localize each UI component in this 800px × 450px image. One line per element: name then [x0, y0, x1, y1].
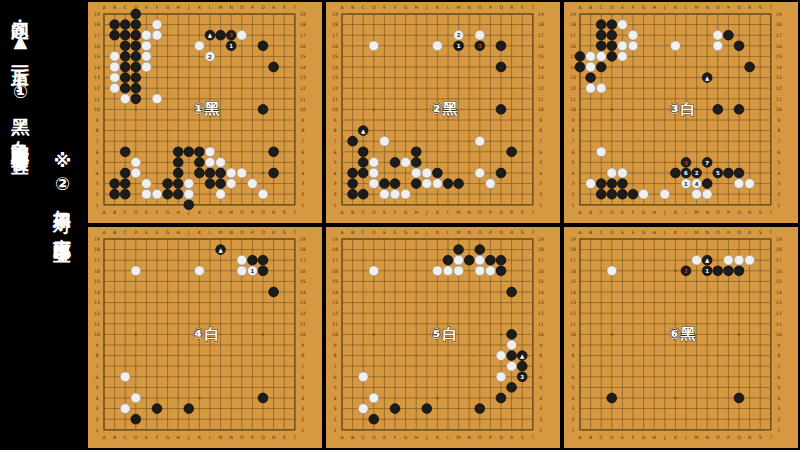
svg-text:Q: Q — [499, 435, 503, 440]
board-6: AABBCCDDEEFFGGHHJJKKLLMMNNOOPPQQRRSSTT11… — [562, 225, 800, 450]
black-stone — [131, 62, 141, 72]
svg-text:B: B — [589, 210, 592, 215]
svg-text:8: 8 — [301, 128, 304, 133]
svg-text:4: 4 — [539, 396, 542, 401]
board-1: AABBCCDDEEFFGGHHJJKKLLMMNNOOPPQQRRSSTT11… — [86, 0, 324, 225]
white-stone — [237, 266, 247, 276]
svg-text:C: C — [600, 230, 603, 235]
white-stone — [507, 361, 517, 371]
white-stone — [369, 158, 379, 168]
black-stone — [120, 147, 130, 157]
svg-text:Q: Q — [737, 210, 741, 215]
white-stone — [110, 52, 120, 62]
white-stone — [702, 189, 712, 199]
svg-text:J: J — [425, 230, 427, 235]
svg-text:10: 10 — [776, 332, 782, 337]
black-stone — [248, 255, 258, 265]
white-stone: 4 — [692, 179, 702, 189]
svg-text:2: 2 — [301, 192, 304, 197]
white-stone — [660, 189, 670, 199]
problem-statement-2: ※②如果不对 应当下哪里？ — [50, 150, 74, 450]
svg-text:13: 13 — [570, 75, 576, 80]
svg-text:4: 4 — [572, 396, 575, 401]
svg-text:G: G — [404, 5, 408, 10]
black-stone — [258, 255, 268, 265]
black-stone — [131, 9, 141, 19]
white-stone — [142, 179, 152, 189]
svg-text:N: N — [229, 230, 232, 235]
svg-text:L: L — [685, 230, 688, 235]
svg-text:E: E — [621, 5, 624, 10]
triangle-mark: ▲ — [361, 128, 366, 134]
svg-text:8: 8 — [301, 353, 304, 358]
svg-text:7: 7 — [96, 139, 99, 144]
svg-text:G: G — [642, 5, 646, 10]
svg-text:Q: Q — [261, 5, 265, 10]
white-stone — [237, 255, 247, 265]
move-number-mark: 1 — [229, 43, 233, 49]
move-number-mark: 3 — [684, 160, 688, 166]
svg-text:17: 17 — [776, 33, 782, 38]
black-stone: ▲ — [702, 73, 712, 83]
black-stone: 5 — [713, 168, 723, 178]
svg-text:P: P — [489, 435, 492, 440]
svg-text:16: 16 — [776, 269, 782, 274]
svg-text:15: 15 — [332, 279, 338, 284]
svg-text:3: 3 — [301, 406, 304, 411]
move-number-mark: 2 — [684, 268, 688, 274]
svg-text:11: 11 — [538, 97, 544, 102]
black-stone: ▲ — [517, 351, 527, 361]
svg-text:B: B — [589, 435, 592, 440]
svg-text:H: H — [414, 5, 417, 10]
svg-text:G: G — [404, 230, 408, 235]
white-stone — [216, 158, 226, 168]
svg-text:17: 17 — [570, 33, 576, 38]
svg-text:3: 3 — [334, 406, 337, 411]
svg-text:J: J — [187, 435, 189, 440]
diagram-label: ⑤白 — [430, 325, 458, 343]
svg-text:17: 17 — [570, 258, 576, 263]
svg-text:B: B — [589, 5, 592, 10]
svg-text:12: 12 — [570, 311, 576, 316]
svg-text:8: 8 — [777, 353, 780, 358]
svg-text:O: O — [240, 435, 244, 440]
svg-text:D: D — [372, 5, 376, 10]
svg-text:16: 16 — [300, 269, 306, 274]
black-stone — [596, 189, 606, 199]
svg-text:19: 19 — [332, 12, 338, 17]
svg-text:F: F — [156, 210, 159, 215]
svg-text:5: 5 — [301, 160, 304, 165]
white-stone — [131, 158, 141, 168]
black-stone — [269, 62, 279, 72]
svg-text:4: 4 — [334, 171, 337, 176]
svg-text:10: 10 — [94, 332, 100, 337]
svg-text:10: 10 — [538, 107, 544, 112]
black-stone — [195, 158, 205, 168]
black-stone: ▲ — [702, 255, 712, 265]
svg-text:G: G — [642, 435, 646, 440]
svg-text:1: 1 — [777, 203, 780, 208]
svg-text:15: 15 — [538, 54, 544, 59]
svg-text:Q: Q — [737, 5, 741, 10]
svg-text:12: 12 — [94, 311, 100, 316]
svg-text:16: 16 — [300, 44, 306, 49]
svg-text:F: F — [156, 230, 159, 235]
svg-text:7: 7 — [334, 139, 337, 144]
black-stone: 7 — [702, 158, 712, 168]
white-stone — [628, 30, 638, 40]
svg-text:C: C — [362, 5, 365, 10]
svg-text:T: T — [768, 210, 772, 215]
triangle-mark: ▲ — [705, 75, 710, 81]
svg-text:N: N — [229, 435, 232, 440]
white-stone — [433, 266, 443, 276]
svg-text:13: 13 — [570, 300, 576, 305]
svg-text:F: F — [156, 435, 159, 440]
svg-text:12: 12 — [332, 86, 338, 91]
svg-text:M: M — [695, 210, 699, 215]
svg-text:F: F — [632, 435, 635, 440]
svg-text:7: 7 — [539, 364, 542, 369]
black-stone — [131, 73, 141, 83]
svg-text:14: 14 — [332, 290, 338, 295]
svg-text:15: 15 — [776, 279, 782, 284]
svg-text:2: 2 — [96, 417, 99, 422]
svg-text:B: B — [351, 230, 354, 235]
svg-text:M: M — [457, 210, 461, 215]
svg-text:J: J — [425, 5, 427, 10]
svg-text:D: D — [610, 230, 614, 235]
svg-text:3: 3 — [572, 181, 575, 186]
svg-text:F: F — [394, 230, 397, 235]
white-stone — [152, 189, 162, 199]
black-stone — [734, 41, 744, 51]
black-stone — [173, 179, 183, 189]
white-stone — [184, 189, 194, 199]
black-stone — [475, 245, 485, 255]
black-stone — [671, 168, 681, 178]
black-stone — [120, 62, 130, 72]
svg-text:G: G — [166, 5, 170, 10]
svg-text:19: 19 — [94, 12, 100, 17]
white-stone — [226, 168, 236, 178]
svg-text:S: S — [521, 230, 524, 235]
black-stone — [607, 52, 617, 62]
black-stone — [163, 189, 173, 199]
svg-text:15: 15 — [300, 279, 306, 284]
svg-text:10: 10 — [538, 332, 544, 337]
svg-text:6: 6 — [777, 375, 780, 380]
white-stone — [422, 179, 432, 189]
black-stone — [607, 179, 617, 189]
svg-text:2: 2 — [96, 192, 99, 197]
black-stone — [110, 189, 120, 199]
svg-text:15: 15 — [300, 54, 306, 59]
svg-text:10: 10 — [300, 107, 306, 112]
black-stone: 2 — [692, 168, 702, 178]
white-stone — [734, 179, 744, 189]
white-stone — [486, 266, 496, 276]
svg-text:15: 15 — [538, 279, 544, 284]
black-stone — [745, 62, 755, 72]
go-board-svg: AABBCCDDEEFFGGHHJJKKLLMMNNOOPPQQRRSSTT11… — [326, 227, 560, 448]
black-stone: 1 — [702, 266, 712, 276]
svg-text:C: C — [124, 5, 127, 10]
svg-text:H: H — [414, 230, 417, 235]
black-stone — [120, 73, 130, 83]
svg-text:M: M — [695, 435, 699, 440]
svg-text:14: 14 — [300, 290, 306, 295]
svg-text:H: H — [176, 230, 179, 235]
white-stone — [507, 340, 517, 350]
black-stone — [575, 52, 585, 62]
black-stone — [607, 393, 617, 403]
svg-text:P: P — [251, 230, 254, 235]
black-stone — [702, 179, 712, 189]
svg-text:9: 9 — [301, 118, 304, 123]
black-stone: 2 — [681, 266, 691, 276]
svg-text:Q: Q — [261, 210, 265, 215]
black-stone — [496, 105, 506, 115]
svg-text:10: 10 — [332, 332, 338, 337]
black-stone: 3 — [517, 372, 527, 382]
black-stone — [596, 41, 606, 51]
black-stone — [131, 41, 141, 51]
svg-text:1: 1 — [539, 428, 542, 433]
svg-text:16: 16 — [570, 44, 576, 49]
white-stone — [692, 255, 702, 265]
white-stone — [380, 136, 390, 146]
svg-text:D: D — [134, 230, 138, 235]
white-stone — [152, 94, 162, 104]
svg-text:4: 4 — [96, 171, 99, 176]
svg-text:4: 4 — [777, 396, 780, 401]
svg-text:12: 12 — [538, 311, 544, 316]
svg-text:H: H — [176, 5, 179, 10]
svg-text:M: M — [219, 210, 223, 215]
svg-text:O: O — [478, 210, 482, 215]
svg-text:15: 15 — [776, 54, 782, 59]
svg-text:M: M — [219, 435, 223, 440]
white-stone — [110, 62, 120, 72]
svg-text:7: 7 — [96, 364, 99, 369]
svg-text:C: C — [600, 5, 603, 10]
svg-text:C: C — [124, 435, 127, 440]
svg-text:13: 13 — [300, 300, 306, 305]
svg-text:T: T — [292, 5, 296, 10]
svg-text:14: 14 — [776, 290, 782, 295]
white-stone — [692, 189, 702, 199]
white-stone — [724, 255, 734, 265]
black-stone — [120, 179, 130, 189]
svg-text:F: F — [156, 5, 159, 10]
svg-text:S: S — [759, 5, 762, 10]
black-stone: ▲ — [216, 245, 226, 255]
svg-text:6: 6 — [301, 375, 304, 380]
white-stone — [745, 255, 755, 265]
black-stone — [464, 255, 474, 265]
svg-text:L: L — [447, 210, 450, 215]
black-stone — [258, 41, 268, 51]
svg-text:3: 3 — [539, 406, 542, 411]
svg-text:B: B — [351, 5, 354, 10]
svg-text:L: L — [209, 230, 212, 235]
diagram-label: ②黑 — [430, 100, 458, 118]
black-stone — [152, 404, 162, 414]
svg-text:L: L — [685, 5, 688, 10]
svg-text:18: 18 — [94, 247, 100, 252]
svg-text:C: C — [362, 435, 365, 440]
white-stone — [496, 351, 506, 361]
white-stone — [671, 41, 681, 51]
svg-text:7: 7 — [334, 364, 337, 369]
black-stone — [258, 266, 268, 276]
svg-text:2: 2 — [777, 417, 780, 422]
white-stone — [142, 189, 152, 199]
white-stone — [586, 179, 596, 189]
black-stone — [131, 30, 141, 40]
black-stone — [358, 168, 368, 178]
svg-text:Q: Q — [737, 230, 741, 235]
move-number-mark: 1 — [684, 181, 688, 187]
white-stone — [475, 136, 485, 146]
white-stone — [195, 266, 205, 276]
black-stone — [380, 179, 390, 189]
black-stone — [724, 266, 734, 276]
black-stone: 3 — [681, 158, 691, 168]
black-stone — [269, 168, 279, 178]
svg-text:8: 8 — [539, 353, 542, 358]
svg-text:6: 6 — [539, 150, 542, 155]
svg-text:H: H — [652, 230, 655, 235]
svg-text:16: 16 — [570, 269, 576, 274]
white-stone — [110, 73, 120, 83]
svg-text:J: J — [663, 5, 665, 10]
black-stone — [618, 179, 628, 189]
svg-text:13: 13 — [94, 300, 100, 305]
svg-text:Q: Q — [499, 5, 503, 10]
svg-text:10: 10 — [300, 332, 306, 337]
white-stone — [713, 41, 723, 51]
svg-text:N: N — [467, 210, 470, 215]
svg-text:5: 5 — [572, 160, 575, 165]
white-stone — [358, 372, 368, 382]
svg-text:P: P — [489, 210, 492, 215]
svg-text:16: 16 — [538, 44, 544, 49]
triangle-mark: ▲ — [520, 353, 525, 359]
svg-text:5: 5 — [334, 385, 337, 390]
svg-text:P: P — [251, 5, 254, 10]
white-stone — [475, 255, 485, 265]
black-stone — [390, 158, 400, 168]
black-stone — [618, 189, 628, 199]
svg-text:N: N — [705, 435, 708, 440]
svg-text:M: M — [695, 230, 699, 235]
svg-text:13: 13 — [300, 75, 306, 80]
svg-text:C: C — [124, 230, 127, 235]
svg-text:18: 18 — [776, 22, 782, 27]
svg-text:19: 19 — [776, 12, 782, 17]
white-stone — [120, 94, 130, 104]
white-stone — [237, 168, 247, 178]
black-stone — [258, 105, 268, 115]
svg-text:2: 2 — [539, 417, 542, 422]
svg-text:8: 8 — [539, 128, 542, 133]
white-stone — [607, 168, 617, 178]
board-grid: AABBCCDDEEFFGGHHJJKKLLMMNNOOPPQQRRSSTT11… — [86, 0, 800, 450]
svg-text:E: E — [621, 435, 624, 440]
black-stone — [173, 158, 183, 168]
svg-text:19: 19 — [300, 12, 306, 17]
svg-text:17: 17 — [776, 258, 782, 263]
svg-text:Q: Q — [499, 210, 503, 215]
svg-text:B: B — [589, 230, 592, 235]
white-stone — [401, 158, 411, 168]
svg-text:P: P — [251, 210, 254, 215]
svg-text:S: S — [283, 210, 286, 215]
svg-text:P: P — [727, 230, 730, 235]
black-stone — [507, 287, 517, 297]
svg-text:1: 1 — [334, 203, 337, 208]
black-stone — [110, 30, 120, 40]
svg-text:4: 4 — [334, 396, 337, 401]
svg-text:18: 18 — [776, 247, 782, 252]
black-stone — [596, 62, 606, 72]
svg-text:H: H — [652, 5, 655, 10]
svg-text:L: L — [685, 210, 688, 215]
black-stone — [486, 255, 496, 265]
white-stone — [454, 266, 464, 276]
black-stone — [120, 30, 130, 40]
svg-text:14: 14 — [570, 290, 576, 295]
svg-text:5: 5 — [777, 385, 780, 390]
board-2: AABBCCDDEEFFGGHHJJKKLLMMNNOOPPQQRRSSTT11… — [324, 0, 562, 225]
svg-text:Q: Q — [261, 230, 265, 235]
svg-text:19: 19 — [570, 237, 576, 242]
svg-text:13: 13 — [776, 75, 782, 80]
svg-text:S: S — [521, 435, 524, 440]
black-stone — [131, 83, 141, 93]
svg-text:2: 2 — [539, 192, 542, 197]
svg-text:5: 5 — [539, 160, 542, 165]
svg-text:O: O — [716, 210, 720, 215]
svg-text:15: 15 — [332, 54, 338, 59]
black-stone — [575, 62, 585, 72]
svg-text:M: M — [219, 5, 223, 10]
svg-text:O: O — [240, 210, 244, 215]
svg-text:M: M — [457, 230, 461, 235]
svg-text:14: 14 — [94, 290, 100, 295]
svg-text:B: B — [351, 435, 354, 440]
white-stone — [618, 52, 628, 62]
svg-text:18: 18 — [538, 247, 544, 252]
svg-text:N: N — [705, 230, 708, 235]
black-stone — [475, 404, 485, 414]
white-stone — [586, 62, 596, 72]
svg-text:M: M — [219, 230, 223, 235]
svg-text:5: 5 — [539, 385, 542, 390]
svg-text:B: B — [113, 230, 116, 235]
move-number-mark: 4 — [695, 181, 699, 187]
svg-text:J: J — [663, 230, 665, 235]
black-stone — [120, 20, 130, 30]
white-stone — [258, 189, 268, 199]
white-stone — [390, 189, 400, 199]
svg-text:P: P — [251, 435, 254, 440]
black-stone — [120, 168, 130, 178]
